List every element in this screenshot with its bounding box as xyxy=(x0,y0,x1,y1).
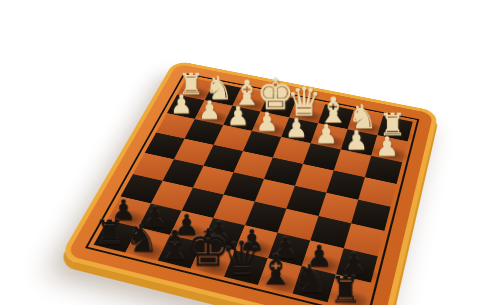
chess-board: ♜♞♝♚♛♝♞♜♟♟♟♟♟♟♟♟♟♟♟♟♟♟♟♟♜♞♝♚♛♝♞♜ xyxy=(59,60,439,305)
piece-black-rook: ♜ xyxy=(316,272,375,305)
board-grid: ♜♞♝♚♛♝♞♜♟♟♟♟♟♟♟♟♟♟♟♟♟♟♟♟♜♞♝♚♛♝♞♜ xyxy=(94,76,413,305)
board-tilt-wrapper: ♜♞♝♚♛♝♞♜♟♟♟♟♟♟♟♟♟♟♟♟♟♟♟♟♜♞♝♚♛♝♞♜ xyxy=(59,60,439,305)
piece-white-pawn: ♟ xyxy=(361,134,412,159)
square-a2: ♟ xyxy=(371,135,407,162)
board-inner-frame: ♜♞♝♚♛♝♞♜♟♟♟♟♟♟♟♟♟♟♟♟♟♟♟♟♜♞♝♚♛♝♞♜ xyxy=(85,72,419,305)
square-b4 xyxy=(326,170,365,199)
photo-scene: ♜♞♝♚♛♝♞♜♟♟♟♟♟♟♟♟♟♟♟♟♟♟♟♟♜♞♝♚♛♝♞♜ xyxy=(0,0,500,305)
perspective-container: ♜♞♝♚♛♝♞♜♟♟♟♟♟♟♟♟♟♟♟♟♟♟♟♟♜♞♝♚♛♝♞♜ xyxy=(0,0,500,305)
square-a8: ♜ xyxy=(328,274,371,305)
